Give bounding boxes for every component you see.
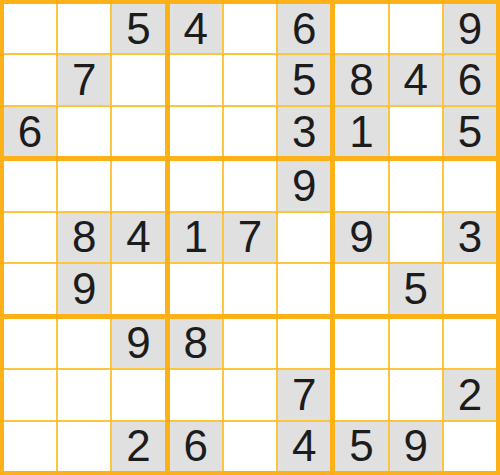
cell-r8c6: 7 <box>278 370 330 419</box>
cell-r6c5[interactable] <box>224 264 276 313</box>
cell-r6c8: 5 <box>390 264 442 313</box>
cell-r1c4: 4 <box>170 4 222 53</box>
cell-r5c1[interactable] <box>4 213 56 262</box>
cell-r7c9[interactable] <box>444 319 496 368</box>
cell-r2c1[interactable] <box>4 55 56 104</box>
cell-r8c9: 2 <box>444 370 496 419</box>
cell-r7c5[interactable] <box>224 319 276 368</box>
cell-r8c2[interactable] <box>58 370 110 419</box>
cell-r9c3: 2 <box>112 422 164 471</box>
cell-r4c2[interactable] <box>58 161 110 210</box>
cell-r7c3: 9 <box>112 319 164 368</box>
cell-r1c2[interactable] <box>58 4 110 53</box>
cell-r4c5[interactable] <box>224 161 276 210</box>
cell-r2c9: 6 <box>444 55 496 104</box>
cell-r5c2: 8 <box>58 213 110 262</box>
cell-r2c5[interactable] <box>224 55 276 104</box>
cell-r2c6: 5 <box>278 55 330 104</box>
cell-r4c1[interactable] <box>4 161 56 210</box>
box-1: 576 <box>4 4 165 156</box>
box-8: 8764 <box>170 319 331 471</box>
cell-r6c3[interactable] <box>112 264 164 313</box>
cell-r3c9: 5 <box>444 107 496 156</box>
cell-r5c3: 4 <box>112 213 164 262</box>
cell-r8c7[interactable] <box>335 370 387 419</box>
cell-r8c4[interactable] <box>170 370 222 419</box>
cell-r7c6[interactable] <box>278 319 330 368</box>
cell-r1c3: 5 <box>112 4 164 53</box>
box-5: 917 <box>170 161 331 313</box>
cell-r7c2[interactable] <box>58 319 110 368</box>
cell-r9c1[interactable] <box>4 422 56 471</box>
cell-r7c4: 8 <box>170 319 222 368</box>
cell-r1c8[interactable] <box>390 4 442 53</box>
cell-r7c7[interactable] <box>335 319 387 368</box>
cell-r4c3[interactable] <box>112 161 164 210</box>
cell-r7c8[interactable] <box>390 319 442 368</box>
cell-r1c7[interactable] <box>335 4 387 53</box>
cell-r3c2[interactable] <box>58 107 110 156</box>
cell-r4c6: 9 <box>278 161 330 210</box>
cell-r4c9[interactable] <box>444 161 496 210</box>
cell-r1c5[interactable] <box>224 4 276 53</box>
cell-r5c9: 3 <box>444 213 496 262</box>
box-3: 984615 <box>335 4 496 156</box>
cell-r4c7[interactable] <box>335 161 387 210</box>
box-6: 935 <box>335 161 496 313</box>
cell-r6c2: 9 <box>58 264 110 313</box>
cell-r9c4: 6 <box>170 422 222 471</box>
cell-r5c6[interactable] <box>278 213 330 262</box>
cell-r9c8: 9 <box>390 422 442 471</box>
cell-r6c4[interactable] <box>170 264 222 313</box>
cell-r3c4[interactable] <box>170 107 222 156</box>
cell-r5c7: 9 <box>335 213 387 262</box>
cell-r4c4[interactable] <box>170 161 222 210</box>
cell-r3c8[interactable] <box>390 107 442 156</box>
cell-r2c3[interactable] <box>112 55 164 104</box>
cell-r6c7[interactable] <box>335 264 387 313</box>
cell-r1c1[interactable] <box>4 4 56 53</box>
cell-r1c9: 9 <box>444 4 496 53</box>
cell-r6c1[interactable] <box>4 264 56 313</box>
box-7: 92 <box>4 319 165 471</box>
cell-r7c1[interactable] <box>4 319 56 368</box>
cell-r2c2: 7 <box>58 55 110 104</box>
cell-r3c1: 6 <box>4 107 56 156</box>
cell-r8c3[interactable] <box>112 370 164 419</box>
cell-r8c8[interactable] <box>390 370 442 419</box>
cell-r4c8[interactable] <box>390 161 442 210</box>
cell-r9c9[interactable] <box>444 422 496 471</box>
sudoku-board: 5764653984615849917935928764259 <box>0 0 500 475</box>
cell-r3c5[interactable] <box>224 107 276 156</box>
cell-r9c6: 4 <box>278 422 330 471</box>
cell-r9c2[interactable] <box>58 422 110 471</box>
cell-r2c4[interactable] <box>170 55 222 104</box>
cell-r3c3[interactable] <box>112 107 164 156</box>
box-9: 259 <box>335 319 496 471</box>
cell-r8c1[interactable] <box>4 370 56 419</box>
cell-r6c6[interactable] <box>278 264 330 313</box>
cell-r2c7: 8 <box>335 55 387 104</box>
cell-r5c8[interactable] <box>390 213 442 262</box>
box-2: 4653 <box>170 4 331 156</box>
cell-r3c6: 3 <box>278 107 330 156</box>
cell-r9c7: 5 <box>335 422 387 471</box>
box-4: 849 <box>4 161 165 313</box>
cell-r3c7: 1 <box>335 107 387 156</box>
cell-r5c4: 1 <box>170 213 222 262</box>
cell-r1c6: 6 <box>278 4 330 53</box>
cell-r9c5[interactable] <box>224 422 276 471</box>
cell-r5c5: 7 <box>224 213 276 262</box>
cell-r8c5[interactable] <box>224 370 276 419</box>
cell-r2c8: 4 <box>390 55 442 104</box>
cell-r6c9[interactable] <box>444 264 496 313</box>
